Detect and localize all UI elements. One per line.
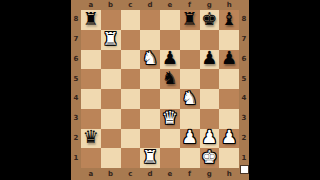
square-a7[interactable] — [81, 30, 101, 50]
square-b6[interactable] — [101, 50, 121, 70]
white-n-piece: ♞ — [142, 49, 158, 67]
square-b4[interactable] — [101, 89, 121, 109]
rank-label-5: 5 — [239, 69, 249, 89]
square-f6[interactable] — [180, 50, 200, 70]
square-a6[interactable] — [81, 50, 101, 70]
square-d6[interactable]: ♞ — [140, 50, 160, 70]
file-label-f: f — [180, 168, 200, 180]
square-e8[interactable] — [160, 10, 180, 30]
white-p-piece: ♟ — [201, 128, 217, 146]
rank-label-7: 7 — [239, 30, 249, 50]
white-p-piece: ♟ — [182, 128, 198, 146]
rank-labels-right: 87654321 — [239, 10, 249, 168]
square-g1[interactable]: ♚ — [200, 148, 220, 168]
white-r-piece: ♜ — [103, 30, 119, 48]
square-d5[interactable] — [140, 69, 160, 89]
rank-label-5: 5 — [71, 69, 81, 89]
square-h5[interactable] — [219, 69, 239, 89]
square-f7[interactable] — [180, 30, 200, 50]
file-label-g: g — [200, 168, 220, 180]
square-b1[interactable] — [101, 148, 121, 168]
video-frame: abcdefgh 87654321 ♜♜♚♝♜♞♟♟♟♞♞♛♛♟♟♟♜♚ 876… — [0, 0, 320, 180]
square-g5[interactable] — [200, 69, 220, 89]
rank-labels-left: 87654321 — [71, 10, 81, 168]
square-b3[interactable] — [101, 109, 121, 129]
black-r-piece: ♜ — [83, 10, 99, 28]
board-frame: abcdefgh 87654321 ♜♜♚♝♜♞♟♟♟♞♞♛♛♟♟♟♜♚ 876… — [71, 0, 249, 180]
black-p-piece: ♟ — [162, 49, 178, 67]
square-c2[interactable] — [121, 129, 141, 149]
file-labels-bottom: abcdefgh — [81, 168, 239, 180]
square-d1[interactable]: ♜ — [140, 148, 160, 168]
rank-label-6: 6 — [71, 50, 81, 70]
square-a1[interactable] — [81, 148, 101, 168]
white-to-move-indicator — [240, 165, 249, 174]
white-k-piece: ♚ — [201, 148, 217, 166]
file-label-b: b — [101, 0, 121, 10]
file-label-h: h — [219, 168, 239, 180]
square-d8[interactable] — [140, 10, 160, 30]
square-h2[interactable]: ♟ — [219, 129, 239, 149]
square-d3[interactable] — [140, 109, 160, 129]
black-b-piece: ♝ — [221, 10, 237, 28]
square-h8[interactable]: ♝ — [219, 10, 239, 30]
square-c6[interactable] — [121, 50, 141, 70]
square-a2[interactable]: ♛ — [81, 129, 101, 149]
square-c7[interactable] — [121, 30, 141, 50]
square-a4[interactable] — [81, 89, 101, 109]
square-b7[interactable]: ♜ — [101, 30, 121, 50]
square-c8[interactable] — [121, 10, 141, 30]
white-r-piece: ♜ — [142, 148, 158, 166]
square-h6[interactable]: ♟ — [219, 50, 239, 70]
square-f1[interactable] — [180, 148, 200, 168]
rank-label-4: 4 — [239, 89, 249, 109]
rank-label-4: 4 — [71, 89, 81, 109]
file-label-e: e — [160, 0, 180, 10]
square-e2[interactable] — [160, 129, 180, 149]
file-label-c: c — [121, 168, 141, 180]
square-b2[interactable] — [101, 129, 121, 149]
white-q-piece: ♛ — [162, 109, 178, 127]
rank-label-2: 2 — [71, 129, 81, 149]
file-label-c: c — [121, 0, 141, 10]
black-p-piece: ♟ — [201, 49, 217, 67]
rank-label-2: 2 — [239, 129, 249, 149]
square-e5[interactable]: ♞ — [160, 69, 180, 89]
black-k-piece: ♚ — [201, 10, 217, 28]
file-label-b: b — [101, 168, 121, 180]
square-h4[interactable] — [219, 89, 239, 109]
rank-label-1: 1 — [71, 148, 81, 168]
square-g8[interactable]: ♚ — [200, 10, 220, 30]
file-label-a: a — [81, 168, 101, 180]
chess-board: ♜♜♚♝♜♞♟♟♟♞♞♛♛♟♟♟♜♚ — [81, 10, 239, 168]
black-q-piece: ♛ — [83, 128, 99, 146]
square-f2[interactable]: ♟ — [180, 129, 200, 149]
black-p-piece: ♟ — [221, 49, 237, 67]
square-a5[interactable] — [81, 69, 101, 89]
black-n-piece: ♞ — [162, 69, 178, 87]
square-e1[interactable] — [160, 148, 180, 168]
rank-label-3: 3 — [71, 109, 81, 129]
square-f8[interactable]: ♜ — [180, 10, 200, 30]
square-c1[interactable] — [121, 148, 141, 168]
white-p-piece: ♟ — [221, 128, 237, 146]
square-a8[interactable]: ♜ — [81, 10, 101, 30]
square-d4[interactable] — [140, 89, 160, 109]
square-c5[interactable] — [121, 69, 141, 89]
black-r-piece: ♜ — [182, 10, 198, 28]
rank-label-3: 3 — [239, 109, 249, 129]
file-label-e: e — [160, 168, 180, 180]
rank-label-7: 7 — [71, 30, 81, 50]
square-b5[interactable] — [101, 69, 121, 89]
square-h1[interactable] — [219, 148, 239, 168]
square-e3[interactable]: ♛ — [160, 109, 180, 129]
white-n-piece: ♞ — [182, 89, 198, 107]
file-label-d: d — [140, 168, 160, 180]
square-f4[interactable]: ♞ — [180, 89, 200, 109]
rank-label-6: 6 — [239, 50, 249, 70]
rank-label-8: 8 — [239, 10, 249, 30]
square-c4[interactable] — [121, 89, 141, 109]
rank-label-8: 8 — [71, 10, 81, 30]
square-c3[interactable] — [121, 109, 141, 129]
square-g4[interactable] — [200, 89, 220, 109]
file-label-d: d — [140, 0, 160, 10]
square-g6[interactable]: ♟ — [200, 50, 220, 70]
